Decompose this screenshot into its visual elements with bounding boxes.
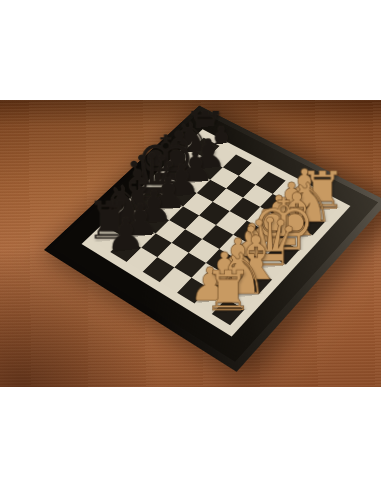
chess-board: ♜♞♝♛♚♝♞♜♟♟♟♟♟♟♟♟♟♟♟♟♟♟♟♟♜♞♝♛♚♝♞♜ <box>54 111 379 362</box>
page: { "game": "chess", "position": "rnbqkbnr… <box>0 0 381 492</box>
black-pawn-a7[interactable]: ♟ <box>95 175 156 250</box>
table-surface: ♜♞♝♛♚♝♞♜♟♟♟♟♟♟♟♟♟♟♟♟♟♟♟♟♜♞♝♛♚♝♞♜ <box>0 100 381 387</box>
chessboard-photo: ♜♞♝♛♚♝♞♜♟♟♟♟♟♟♟♟♟♟♟♟♟♟♟♟♜♞♝♛♚♝♞♜ <box>0 100 381 387</box>
white-rook-a1[interactable]: ♜ <box>196 233 260 312</box>
pawn-glyph: ♟ <box>105 214 145 252</box>
rook-glyph: ♜ <box>203 268 253 315</box>
